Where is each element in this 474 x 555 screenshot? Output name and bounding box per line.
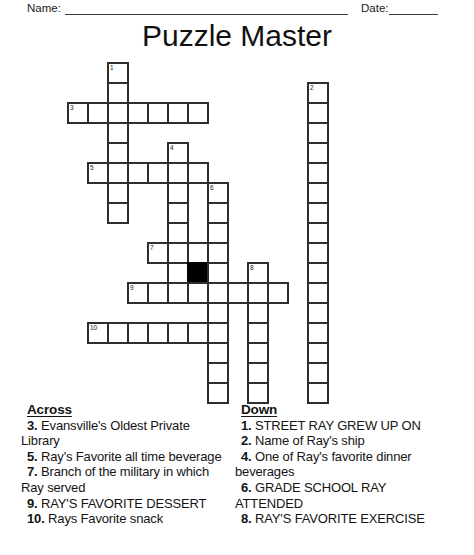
- cell-number: 2: [310, 85, 313, 92]
- cell-number: 1: [110, 65, 113, 72]
- clue-item: 4. One of Ray's favorite dinner beverage…: [235, 449, 445, 480]
- grid-cell[interactable]: [247, 322, 269, 344]
- grid-cell[interactable]: [267, 282, 289, 304]
- clue-item: 10. Rays Favorite snack: [21, 511, 227, 527]
- cell-number: 6: [210, 185, 213, 192]
- grid-cell[interactable]: [167, 322, 189, 344]
- date-fill-line: [389, 14, 438, 15]
- crossword-grid: 12345678910: [67, 62, 329, 404]
- grid-cell[interactable]: [307, 182, 329, 204]
- grid-cell[interactable]: [127, 102, 149, 124]
- clue-number: 9.: [27, 496, 38, 511]
- grid-cell[interactable]: [167, 282, 189, 304]
- crossword-worksheet: Name: Date: Puzzle Master 12345678910 Ac…: [0, 0, 474, 555]
- cell-number: 3: [70, 105, 73, 112]
- grid-cell[interactable]: [207, 362, 229, 384]
- grid-cell[interactable]: [307, 222, 329, 244]
- grid-cell[interactable]: [107, 162, 129, 184]
- grid-cell[interactable]: [107, 102, 129, 124]
- grid-cell[interactable]: [127, 322, 149, 344]
- across-heading: Across: [21, 402, 227, 418]
- clue-number: 2.: [241, 433, 252, 448]
- grid-cell[interactable]: [307, 342, 329, 364]
- grid-cell[interactable]: [127, 162, 149, 184]
- grid-cell[interactable]: [307, 382, 329, 404]
- grid-cell[interactable]: [247, 362, 269, 384]
- grid-cell[interactable]: [147, 322, 169, 344]
- grid-cell[interactable]: [167, 242, 189, 264]
- grid-cell[interactable]: [167, 222, 189, 244]
- grid-cell[interactable]: [167, 182, 189, 204]
- name-fill-line: [65, 14, 348, 15]
- date-label: Date:: [361, 2, 389, 14]
- clue-item: 2. Name of Ray's ship: [235, 433, 445, 449]
- grid-cell[interactable]: [307, 202, 329, 224]
- grid-cell[interactable]: [147, 162, 169, 184]
- grid-cell[interactable]: [207, 382, 229, 404]
- grid-cell[interactable]: [207, 262, 229, 284]
- cell-number: 10: [90, 325, 97, 332]
- down-heading: Down: [235, 402, 445, 418]
- grid-cell[interactable]: [187, 322, 209, 344]
- grid-cell[interactable]: [187, 162, 209, 184]
- clue-item: 7. Branch of the military in which Ray s…: [21, 464, 227, 495]
- grid-cell[interactable]: [247, 282, 269, 304]
- grid-cell[interactable]: [167, 262, 189, 284]
- grid-cell[interactable]: [307, 162, 329, 184]
- grid-cell[interactable]: [107, 122, 129, 144]
- grid-cell[interactable]: [147, 282, 169, 304]
- cell-number: 5: [90, 165, 93, 172]
- grid-cell[interactable]: [307, 242, 329, 264]
- clue-number: 10.: [27, 511, 45, 526]
- grid-cell[interactable]: [207, 222, 229, 244]
- across-clues-list: 3. Evansville's Oldest Private Library5.…: [21, 418, 227, 527]
- grid-cell[interactable]: [307, 302, 329, 324]
- grid-cell[interactable]: [107, 142, 129, 164]
- grid-cell[interactable]: [207, 322, 229, 344]
- grid-cell[interactable]: [107, 82, 129, 104]
- clue-item: 3. Evansville's Oldest Private Library: [21, 418, 227, 449]
- grid-cell[interactable]: [107, 202, 129, 224]
- grid-cell[interactable]: [107, 182, 129, 204]
- cell-number: 8: [250, 265, 253, 272]
- down-clues-section: Down 1. STREET RAY GREW UP ON2. Name of …: [235, 402, 445, 527]
- clue-number: 1.: [241, 418, 252, 433]
- grid-cell[interactable]: [187, 242, 209, 264]
- grid-cell[interactable]: [207, 282, 229, 304]
- grid-cell[interactable]: [307, 282, 329, 304]
- clue-item: 9. RAY'S FAVORITE DESSERT: [21, 496, 227, 512]
- grid-cell[interactable]: [207, 202, 229, 224]
- grid-cell[interactable]: [307, 102, 329, 124]
- blocked-cell: [187, 262, 209, 284]
- across-clues-section: Across 3. Evansville's Oldest Private Li…: [21, 402, 227, 527]
- clue-number: 4.: [241, 449, 252, 464]
- grid-cell[interactable]: [227, 282, 249, 304]
- page-title: Puzzle Master: [0, 19, 474, 53]
- grid-cell[interactable]: [167, 162, 189, 184]
- grid-cell[interactable]: [307, 142, 329, 164]
- grid-cell[interactable]: [307, 262, 329, 284]
- grid-cell[interactable]: [87, 102, 109, 124]
- grid-cell[interactable]: [207, 242, 229, 264]
- down-clues-list: 1. STREET RAY GREW UP ON2. Name of Ray's…: [235, 418, 445, 527]
- grid-cell[interactable]: [167, 202, 189, 224]
- grid-cell[interactable]: [307, 322, 329, 344]
- grid-cell[interactable]: [207, 302, 229, 324]
- grid-cell[interactable]: [107, 322, 129, 344]
- clue-item: 8. RAY'S FAVORITE EXERCISE: [235, 511, 445, 527]
- grid-cell[interactable]: [187, 282, 209, 304]
- grid-cell[interactable]: [307, 122, 329, 144]
- clue-number: 5.: [27, 449, 38, 464]
- grid-cell[interactable]: [167, 102, 189, 124]
- clue-number: 8.: [241, 511, 252, 526]
- grid-cell[interactable]: [247, 342, 269, 364]
- clue-item: 1. STREET RAY GREW UP ON: [235, 418, 445, 434]
- grid-cell[interactable]: [247, 302, 269, 324]
- cell-number: 4: [170, 145, 173, 152]
- name-label: Name:: [27, 2, 61, 14]
- clue-item: 5. Ray's Favorite all time beverage: [21, 449, 227, 465]
- clue-number: 7.: [27, 464, 38, 479]
- cell-number: 7: [150, 245, 153, 252]
- grid-cell[interactable]: [307, 362, 329, 384]
- clue-item: 6. GRADE SCHOOL RAY ATTENDED: [235, 480, 445, 511]
- clue-number: 3.: [27, 418, 38, 433]
- clue-number: 6.: [241, 480, 252, 495]
- grid-cell[interactable]: [147, 102, 169, 124]
- grid-cell[interactable]: [247, 382, 269, 404]
- grid-cell[interactable]: [187, 102, 209, 124]
- grid-cell[interactable]: [207, 342, 229, 364]
- cell-number: 9: [130, 285, 133, 292]
